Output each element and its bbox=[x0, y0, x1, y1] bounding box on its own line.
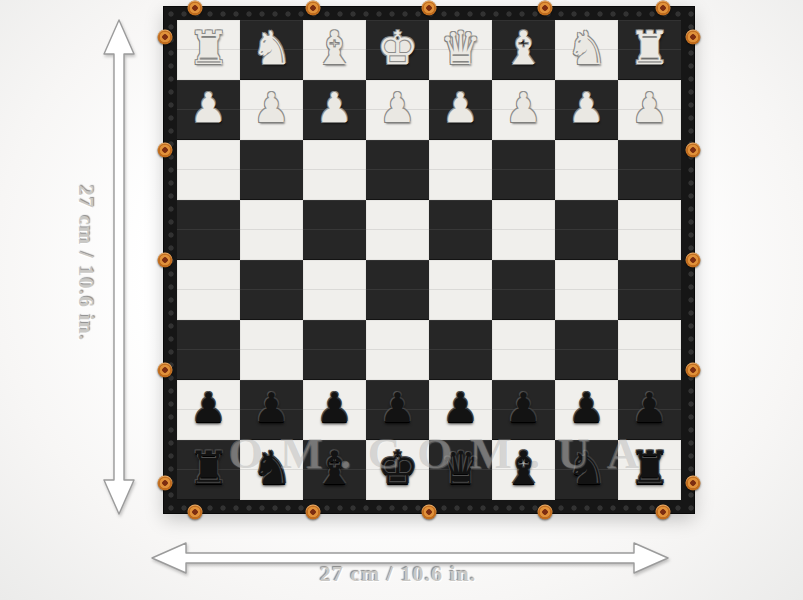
piece-bP: ♟ bbox=[379, 388, 416, 429]
board-square bbox=[429, 320, 492, 380]
technic-pin bbox=[686, 363, 701, 378]
piece-wP: ♟ bbox=[442, 88, 479, 129]
board-square bbox=[555, 320, 618, 380]
board-square bbox=[240, 200, 303, 260]
piece-wQ: ♛ bbox=[440, 25, 481, 71]
piece-bN: ♞ bbox=[566, 445, 607, 491]
vertical-dimension-arrow bbox=[101, 18, 137, 516]
board-square: ♞ bbox=[555, 440, 618, 500]
board-square bbox=[366, 140, 429, 200]
board-square: ♜ bbox=[177, 440, 240, 500]
board-square bbox=[555, 140, 618, 200]
board-square: ♛ bbox=[429, 20, 492, 80]
piece-bB: ♝ bbox=[314, 445, 355, 491]
board-square bbox=[429, 260, 492, 320]
board-square: ♝ bbox=[303, 440, 366, 500]
board-square: ♞ bbox=[240, 20, 303, 80]
chess-board: ♜♞♝♚♛♝♞♜♟♟♟♟♟♟♟♟♟♟♟♟♟♟♟♟♜♞♝♚♛♝♞♜ OM.COM.… bbox=[164, 7, 694, 513]
height-dimension-label: 27 cm / 10.6 in. bbox=[73, 185, 99, 342]
piece-wR: ♜ bbox=[188, 25, 229, 71]
width-dimension-label: 27 cm / 10.6 in. bbox=[320, 561, 477, 587]
piece-wK: ♚ bbox=[377, 25, 418, 71]
board-square bbox=[618, 140, 681, 200]
board-grid: ♜♞♝♚♛♝♞♜♟♟♟♟♟♟♟♟♟♟♟♟♟♟♟♟♜♞♝♚♛♝♞♜ bbox=[177, 20, 681, 500]
board-square bbox=[303, 140, 366, 200]
piece-bP: ♟ bbox=[316, 388, 353, 429]
board-square bbox=[492, 140, 555, 200]
board-square: ♞ bbox=[555, 20, 618, 80]
piece-bP: ♟ bbox=[505, 388, 542, 429]
board-square bbox=[492, 200, 555, 260]
piece-wB: ♝ bbox=[503, 25, 544, 71]
board-square bbox=[618, 320, 681, 380]
board-square bbox=[177, 320, 240, 380]
board-square: ♞ bbox=[240, 440, 303, 500]
piece-wP: ♟ bbox=[190, 88, 227, 129]
board-square bbox=[177, 200, 240, 260]
board-square: ♟ bbox=[303, 80, 366, 140]
board-square: ♟ bbox=[492, 380, 555, 440]
board-square: ♟ bbox=[618, 380, 681, 440]
piece-bN: ♞ bbox=[251, 445, 292, 491]
board-square bbox=[240, 140, 303, 200]
piece-wP: ♟ bbox=[253, 88, 290, 129]
technic-pin bbox=[158, 29, 173, 44]
product-photo: 27 cm / 10.6 in. ♜♞♝♚♛♝♞♜♟♟♟♟♟♟♟♟♟♟♟♟♟♟♟… bbox=[0, 0, 803, 600]
board-square bbox=[555, 200, 618, 260]
board-square bbox=[177, 260, 240, 320]
piece-wP: ♟ bbox=[379, 88, 416, 129]
board-square bbox=[240, 260, 303, 320]
board-square: ♟ bbox=[177, 380, 240, 440]
board-square: ♟ bbox=[492, 80, 555, 140]
technic-pin bbox=[187, 505, 202, 520]
board-square bbox=[366, 200, 429, 260]
piece-bP: ♟ bbox=[568, 388, 605, 429]
board-square bbox=[618, 200, 681, 260]
technic-pin bbox=[686, 142, 701, 157]
technic-pin bbox=[686, 29, 701, 44]
board-square bbox=[618, 260, 681, 320]
board-square bbox=[555, 260, 618, 320]
board-square: ♟ bbox=[555, 80, 618, 140]
piece-bP: ♟ bbox=[442, 388, 479, 429]
technic-pin bbox=[686, 253, 701, 268]
piece-wP: ♟ bbox=[568, 88, 605, 129]
board-square: ♚ bbox=[366, 20, 429, 80]
board-square bbox=[303, 320, 366, 380]
board-square bbox=[303, 200, 366, 260]
piece-bR: ♜ bbox=[188, 445, 229, 491]
board-square: ♜ bbox=[618, 20, 681, 80]
board-square: ♝ bbox=[492, 440, 555, 500]
board-square: ♟ bbox=[429, 380, 492, 440]
technic-pin bbox=[158, 253, 173, 268]
piece-bP: ♟ bbox=[190, 388, 227, 429]
piece-bB: ♝ bbox=[503, 445, 544, 491]
board-square: ♝ bbox=[492, 20, 555, 80]
board-square bbox=[366, 260, 429, 320]
piece-bQ: ♛ bbox=[440, 445, 481, 491]
board-square bbox=[492, 260, 555, 320]
board-square bbox=[492, 320, 555, 380]
piece-wR: ♜ bbox=[629, 25, 670, 71]
board-square bbox=[429, 200, 492, 260]
piece-wN: ♞ bbox=[251, 25, 292, 71]
technic-pin bbox=[306, 1, 321, 16]
piece-wN: ♞ bbox=[566, 25, 607, 71]
board-square: ♟ bbox=[177, 80, 240, 140]
board-square bbox=[240, 320, 303, 380]
piece-bP: ♟ bbox=[631, 388, 668, 429]
board-square: ♟ bbox=[429, 80, 492, 140]
board-square: ♟ bbox=[366, 380, 429, 440]
piece-wP: ♟ bbox=[316, 88, 353, 129]
technic-pin bbox=[686, 476, 701, 491]
technic-pin bbox=[158, 476, 173, 491]
technic-pin bbox=[422, 505, 437, 520]
technic-pin bbox=[656, 1, 671, 16]
technic-pin bbox=[158, 142, 173, 157]
board-square: ♟ bbox=[366, 80, 429, 140]
board-square bbox=[177, 140, 240, 200]
board-square: ♟ bbox=[303, 380, 366, 440]
board-square: ♛ bbox=[429, 440, 492, 500]
board-square bbox=[429, 140, 492, 200]
piece-wP: ♟ bbox=[505, 88, 542, 129]
piece-wP: ♟ bbox=[631, 88, 668, 129]
technic-pin bbox=[158, 363, 173, 378]
board-square: ♝ bbox=[303, 20, 366, 80]
technic-pin bbox=[422, 1, 437, 16]
technic-pin bbox=[537, 1, 552, 16]
board-square: ♚ bbox=[366, 440, 429, 500]
board-square: ♟ bbox=[618, 80, 681, 140]
board-square: ♜ bbox=[177, 20, 240, 80]
technic-pin bbox=[187, 1, 202, 16]
piece-bK: ♚ bbox=[377, 445, 418, 491]
piece-wB: ♝ bbox=[314, 25, 355, 71]
technic-pin bbox=[306, 505, 321, 520]
board-square: ♟ bbox=[555, 380, 618, 440]
board-square: ♟ bbox=[240, 80, 303, 140]
board-square: ♜ bbox=[618, 440, 681, 500]
piece-bP: ♟ bbox=[253, 388, 290, 429]
technic-pin bbox=[656, 505, 671, 520]
piece-bR: ♜ bbox=[629, 445, 670, 491]
board-square: ♟ bbox=[240, 380, 303, 440]
board-square bbox=[366, 320, 429, 380]
board-square bbox=[303, 260, 366, 320]
technic-pin bbox=[537, 505, 552, 520]
